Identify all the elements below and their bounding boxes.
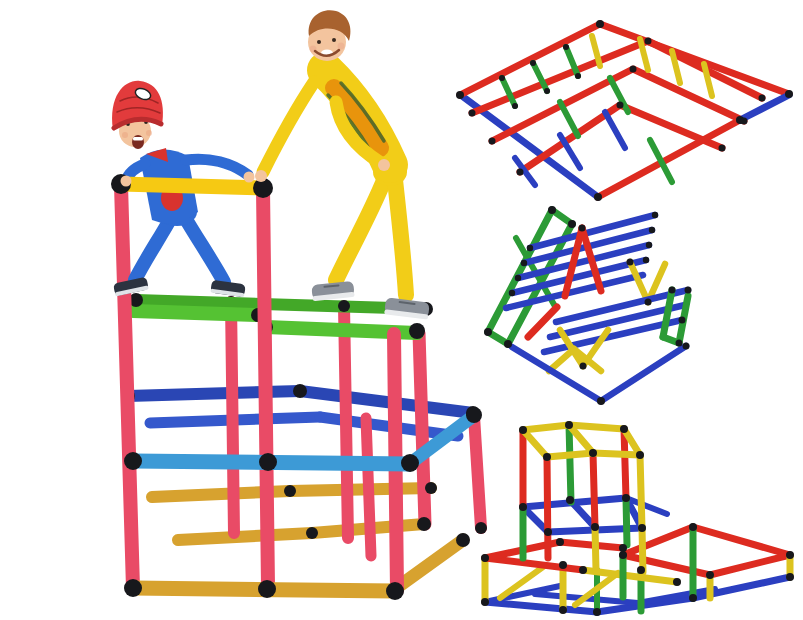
boy-blush (338, 43, 345, 50)
main-structure-back-frame (121, 296, 487, 589)
toddler-right-arm (186, 159, 248, 175)
toddler-blush (122, 132, 128, 138)
boy-left-arm (263, 82, 314, 172)
boy-eye (317, 40, 321, 44)
toddler-teeth (133, 137, 143, 141)
toddler-right-leg (184, 216, 224, 282)
product-image (0, 0, 803, 620)
toddler-blush (146, 130, 152, 136)
thumbnail-pyramid-build (456, 20, 793, 201)
back-post (231, 302, 234, 533)
boy-eye (332, 38, 336, 42)
boy-right-shoe (384, 297, 430, 319)
boy-left-shoe (311, 281, 354, 301)
boy-in-yellow (263, 10, 430, 319)
climbing-gym-product-photo (0, 0, 803, 620)
boy-right-leg (395, 180, 406, 295)
front-left-post (121, 185, 133, 588)
boy-left-leg (336, 178, 385, 280)
toddler-left-hand (121, 176, 132, 187)
boy-left-hand (255, 170, 267, 182)
back-post (366, 418, 371, 556)
front-center-post (263, 189, 268, 586)
back-post (344, 306, 348, 538)
yellow-handrail-bar (121, 184, 263, 188)
toddler-right-hand (244, 172, 255, 183)
platform-front-left-rail (133, 311, 258, 315)
far-right-post (474, 416, 481, 528)
toddler-left-leg (135, 216, 172, 280)
boy-right-hand (378, 159, 390, 171)
thumbnail-staircase-build (481, 421, 794, 616)
toddler-right-shoe (210, 280, 245, 298)
thumbnail-ramp-build (484, 206, 692, 405)
right-post (419, 333, 425, 524)
